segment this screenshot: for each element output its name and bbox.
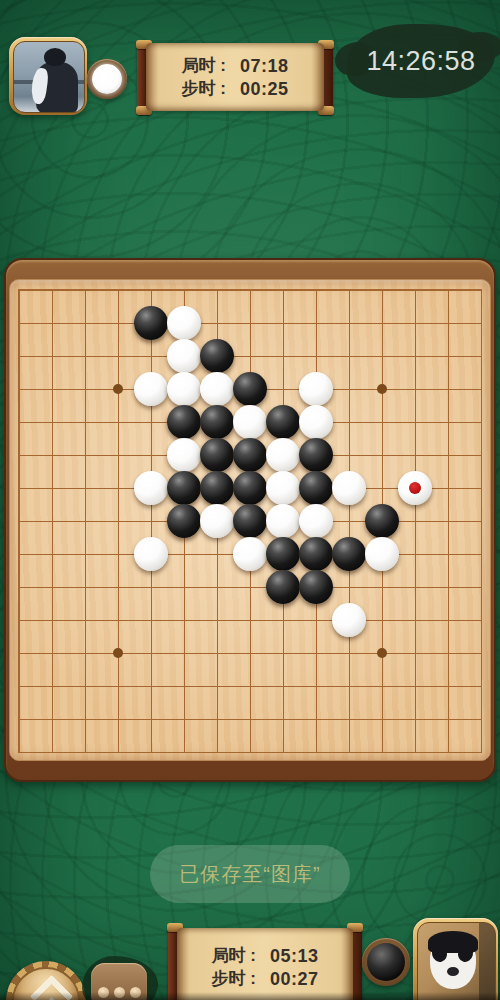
player-move-time-row: 步时 : 00:27 bbox=[177, 970, 353, 988]
player-game-time-row: 局时 : 05:13 bbox=[177, 947, 353, 965]
chevron-up-icon bbox=[12, 967, 80, 1000]
chevron-shape bbox=[30, 975, 74, 1000]
opponent-avatar-photo bbox=[13, 41, 85, 113]
dog-nose bbox=[447, 967, 459, 976]
dot bbox=[98, 987, 109, 998]
photo-figure-head bbox=[44, 48, 66, 66]
board-grid[interactable] bbox=[18, 289, 482, 753]
photo-background-strip bbox=[479, 923, 495, 1000]
game-time-value: 07:18 bbox=[240, 57, 289, 75]
black-stone-icon bbox=[362, 938, 410, 986]
opponent-timer-parchment: 局时 : 07:18 步时 : 00:25 bbox=[146, 43, 324, 111]
chat-button[interactable] bbox=[91, 963, 147, 1000]
white-stone-core bbox=[92, 64, 122, 94]
system-clock: 14:26:58 bbox=[366, 46, 475, 77]
dot bbox=[114, 987, 125, 998]
opponent-game-time-row: 局时 : 07:18 bbox=[146, 57, 324, 75]
dot bbox=[130, 987, 141, 998]
black-stone-core bbox=[367, 943, 405, 981]
player-avatar-photo bbox=[417, 922, 496, 1000]
game-time-value: 05:13 bbox=[270, 947, 319, 965]
opponent-avatar[interactable] bbox=[9, 37, 87, 115]
white-stone-icon bbox=[87, 59, 127, 99]
player-avatar[interactable] bbox=[413, 918, 498, 1000]
move-time-label: 步时 : bbox=[212, 970, 256, 987]
game-time-label: 局时 : bbox=[212, 947, 256, 964]
player-timer-parchment: 局时 : 05:13 步时 : 00:27 bbox=[177, 928, 353, 1000]
opponent-move-time-row: 步时 : 00:25 bbox=[146, 80, 324, 98]
system-clock-blob: 14:26:58 bbox=[347, 24, 495, 98]
gomoku-game-screen: 局时 : 07:18 步时 : 00:25 14:26:58 已保存至“图库” bbox=[0, 0, 500, 1000]
chat-dots-icon bbox=[91, 987, 147, 998]
player-timer-scroll: 局时 : 05:13 步时 : 00:27 bbox=[168, 918, 362, 1000]
move-time-value: 00:25 bbox=[240, 80, 289, 98]
move-time-label: 步时 : bbox=[182, 80, 226, 97]
toast-text: 已保存至“图库” bbox=[179, 861, 320, 888]
expand-menu-button[interactable] bbox=[6, 961, 86, 1000]
move-time-value: 00:27 bbox=[270, 970, 319, 988]
toast-saved-to-gallery: 已保存至“图库” bbox=[150, 845, 350, 903]
opponent-timer-scroll: 局时 : 07:18 步时 : 00:25 bbox=[137, 33, 333, 122]
game-time-label: 局时 : bbox=[182, 57, 226, 74]
